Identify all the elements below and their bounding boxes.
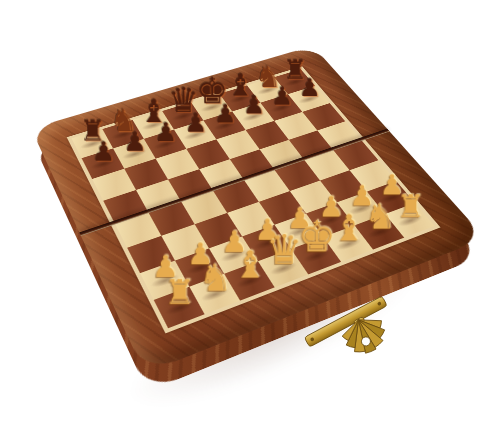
piece-shadow-f1 <box>334 236 364 252</box>
box-top-face: ♜♞♝♛♚♝♞♜♟♟♟♟♟♟♟♟♟♟♟♟♟♟♟♟♜♞♝♛♚♝♞♜ <box>31 46 485 374</box>
chess-box: ♜♞♝♛♚♝♞♜♟♟♟♟♟♟♟♟♟♟♟♟♟♟♟♟♜♞♝♛♚♝♞♜ <box>31 46 485 374</box>
piece-shadow-e2 <box>284 224 313 240</box>
product-photo-scene: ♜♞♝♛♚♝♞♜♟♟♟♟♟♟♟♟♟♟♟♟♟♟♟♟♜♞♝♛♚♝♞♜ <box>0 0 500 426</box>
brass-clasp <box>296 292 416 388</box>
perspective-space: ♜♞♝♛♚♝♞♜♟♟♟♟♟♟♟♟♟♟♟♟♟♟♟♟♜♞♝♛♚♝♞♜ <box>0 0 500 426</box>
piece-shadow-c2 <box>219 247 249 264</box>
piece-light-pawn-b2: ♟ <box>182 216 219 269</box>
piece-light-pawn-e2: ♟ <box>282 181 318 232</box>
piece-shadow-d1 <box>268 260 299 277</box>
light-pawn-icon: ♟ <box>318 194 343 221</box>
piece-shadow-e1 <box>301 248 331 265</box>
piece-shadow-h1 <box>396 213 425 229</box>
piece-light-pawn-c2: ♟ <box>216 204 253 256</box>
light-pawn-icon: ♟ <box>152 253 179 282</box>
